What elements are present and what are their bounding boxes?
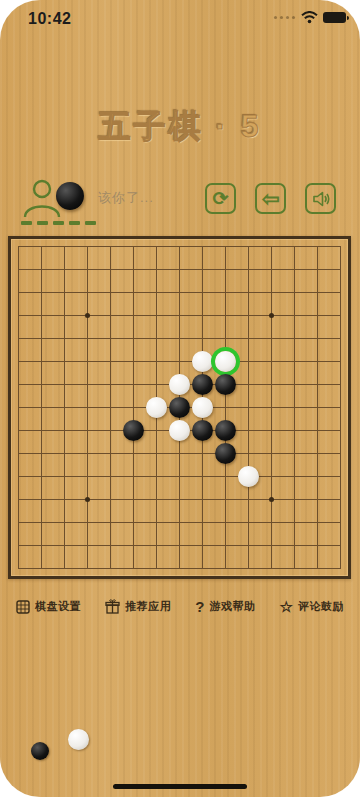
board-settings-label: 棋盘设置 xyxy=(35,599,81,614)
bottom-toolbar: 棋盘设置 推荐应用 ? 游戏帮助 ☆ 评论鼓励 xyxy=(0,599,360,614)
speaker-icon xyxy=(312,191,330,207)
black-stone xyxy=(215,420,236,441)
star-point xyxy=(85,313,90,318)
battery-icon xyxy=(323,12,346,23)
white-stone xyxy=(192,351,213,372)
undo-button[interactable]: ⇦ xyxy=(255,183,286,214)
white-stone xyxy=(169,374,190,395)
restart-button[interactable]: ⟳ xyxy=(205,183,236,214)
game-help-label: 游戏帮助 xyxy=(209,599,255,614)
app-screen: 10:42 五子棋 · 5 该你了... ⟳ xyxy=(0,0,360,797)
decor-white-stone xyxy=(68,729,89,750)
black-stone xyxy=(215,374,236,395)
recommended-apps-button[interactable]: 推荐应用 xyxy=(105,599,171,614)
white-stone xyxy=(146,397,167,418)
sound-button[interactable] xyxy=(305,183,336,214)
gomoku-board[interactable] xyxy=(8,236,351,579)
white-stone-last-move xyxy=(215,351,236,372)
cellular-signal-icon xyxy=(274,16,295,19)
undo-arrow-icon: ⇦ xyxy=(262,188,280,209)
game-help-button[interactable]: ? 游戏帮助 xyxy=(195,599,255,614)
black-stone xyxy=(123,420,144,441)
black-stone xyxy=(215,443,236,464)
white-stone xyxy=(169,420,190,441)
turn-status-text: 该你了... xyxy=(98,189,154,207)
black-stone xyxy=(192,374,213,395)
rate-app-label: 评论鼓励 xyxy=(298,599,344,614)
rate-app-button[interactable]: ☆ 评论鼓励 xyxy=(280,599,344,614)
star-point xyxy=(85,497,90,502)
board-settings-icon xyxy=(16,600,30,614)
board-settings-button[interactable]: 棋盘设置 xyxy=(16,599,81,614)
restart-icon: ⟳ xyxy=(213,189,229,208)
star-icon: ☆ xyxy=(280,599,293,614)
recommended-apps-label: 推荐应用 xyxy=(125,599,171,614)
player-row: 该你了... ⟳ ⇦ xyxy=(0,176,360,228)
star-point xyxy=(269,313,274,318)
player-color-stone xyxy=(56,182,84,210)
home-indicator[interactable] xyxy=(113,784,247,789)
black-stone xyxy=(169,397,190,418)
player-level-bars xyxy=(21,221,96,225)
black-stone xyxy=(192,420,213,441)
white-stone xyxy=(192,397,213,418)
decor-black-stone xyxy=(31,742,49,760)
status-bar: 10:42 xyxy=(0,8,360,32)
clock: 10:42 xyxy=(28,10,71,28)
gift-icon xyxy=(105,599,120,614)
star-point xyxy=(269,497,274,502)
wifi-icon xyxy=(301,11,318,24)
page-title: 五子棋 · 5 xyxy=(0,105,360,149)
white-stone xyxy=(238,466,259,487)
question-icon: ? xyxy=(195,599,204,614)
board-grid[interactable] xyxy=(18,246,341,569)
